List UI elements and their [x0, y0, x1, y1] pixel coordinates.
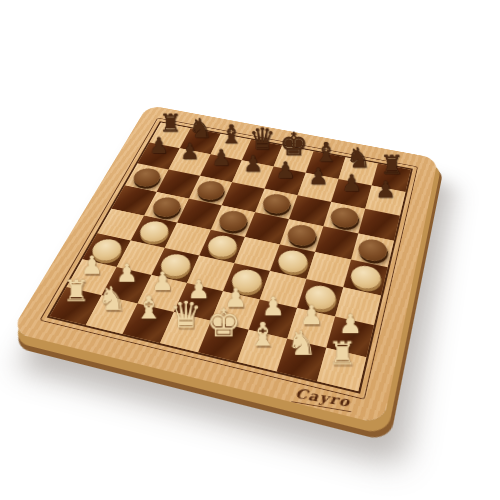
dark-pawn-d7[interactable]: ♟ [236, 57, 269, 174]
square-g1[interactable]: ♞ [277, 339, 327, 382]
light-rook-a1[interactable]: ♜ [57, 170, 96, 306]
dark-pawn-e7[interactable]: ♟ [269, 63, 303, 181]
light-bishop-c1[interactable]: ♝ [129, 185, 168, 323]
brand-logo: Cayro [291, 385, 353, 412]
dark-pawn-b7[interactable]: ♟ [173, 46, 206, 161]
dark-pawn-f7[interactable]: ♟ [301, 68, 335, 187]
dark-pawn-h7[interactable]: ♟ [368, 80, 403, 201]
game-board: ♜♞♝♛♚♝♞♜♟♟♟♟♟♟♟♟♟♟♟♟♟♟♟♟♜♞♝♛♚♝♞♜ Cayro [11, 105, 438, 425]
dark-pawn-c7[interactable]: ♟ [205, 52, 238, 168]
light-king-e1[interactable]: ♚ [204, 200, 244, 341]
light-queen-d1[interactable]: ♛ [166, 192, 206, 331]
light-knight-g1[interactable]: ♞ [281, 216, 322, 359]
light-knight-b1[interactable]: ♞ [92, 177, 131, 314]
board-grid: ♜♞♝♛♚♝♞♜♟♟♟♟♟♟♟♟♟♟♟♟♟♟♟♟♜♞♝♛♚♝♞♜ [50, 123, 411, 392]
product-photo-scene: ♜♞♝♛♚♝♞♜♟♟♟♟♟♟♟♟♟♟♟♟♟♟♟♟♜♞♝♛♚♝♞♜ Cayro [0, 0, 500, 500]
dark-pawn-g7[interactable]: ♟ [335, 74, 369, 194]
dark-pawn-a7[interactable]: ♟ [143, 41, 176, 155]
light-bishop-f1[interactable]: ♝ [242, 208, 283, 350]
light-rook-h1[interactable]: ♜ [321, 224, 362, 369]
square-h1[interactable]: ♜ [317, 348, 366, 391]
